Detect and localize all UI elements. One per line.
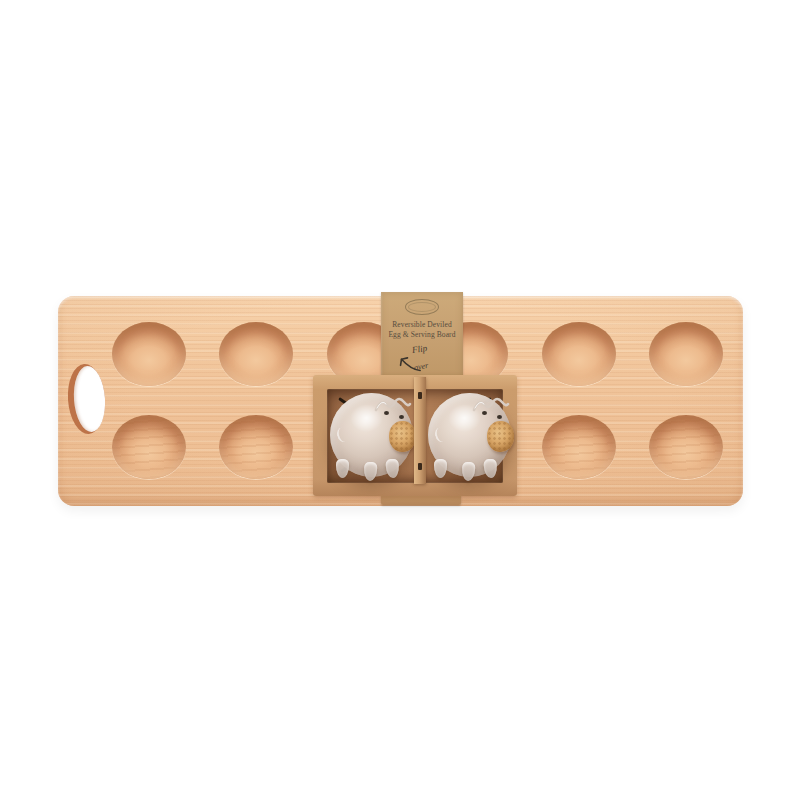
pig-eye	[482, 411, 487, 415]
egg-well-r2c6	[649, 415, 723, 479]
pig-foot	[434, 459, 447, 478]
kraft-tag: Reversible Deviled Egg & Serving Board F…	[381, 292, 463, 378]
tag-title-line1: Reversible Deviled	[381, 320, 463, 330]
pig-tail-icon	[374, 395, 412, 415]
pig-eye	[497, 415, 502, 419]
box-divider	[414, 377, 426, 484]
flip-word: Flip	[411, 343, 427, 355]
pig-eye	[384, 411, 389, 415]
egg-well-r1c1	[112, 322, 186, 386]
pig-shaker-left	[330, 393, 413, 477]
cork-stopper	[487, 421, 514, 452]
pig-shaker-right	[428, 393, 511, 477]
pig-eye	[399, 415, 404, 419]
product-photo: Reversible Deviled Egg & Serving Board F…	[0, 0, 800, 800]
egg-well-r2c1	[112, 415, 186, 479]
pig-tail-icon	[472, 395, 510, 415]
pig-foot	[336, 459, 349, 478]
egg-well-r2c2	[219, 415, 293, 479]
pig-foot	[483, 459, 497, 479]
egg-well-r1c5	[542, 322, 616, 386]
egg-well-r2c5	[542, 415, 616, 479]
egg-well-r1c6	[649, 322, 723, 386]
egg-well-r1c2	[219, 322, 293, 386]
flip-instruction: Flip over	[381, 343, 463, 379]
over-word: over	[413, 361, 429, 372]
pig-foot	[385, 459, 399, 479]
tag-title-line2: Egg & Serving Board	[381, 330, 463, 340]
cork-stopper	[389, 421, 416, 452]
brand-stamp-icon	[405, 299, 439, 315]
